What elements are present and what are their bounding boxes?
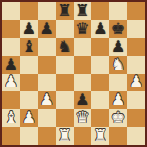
piece-white-pawn[interactable]: ♟︎ — [129, 74, 143, 90]
square-a1[interactable] — [2, 127, 20, 145]
piece-white-queen[interactable]: ♛︎ — [75, 110, 89, 126]
square-g7[interactable]: ♚︎ — [109, 20, 127, 38]
square-d1[interactable]: ♜︎ — [56, 127, 74, 145]
square-c3[interactable]: ♟︎ — [38, 91, 56, 109]
piece-white-knight[interactable]: ♞︎ — [111, 56, 125, 72]
square-e4[interactable] — [74, 74, 92, 92]
square-g1[interactable] — [109, 127, 127, 145]
square-c5[interactable] — [38, 56, 56, 74]
square-c2[interactable] — [38, 109, 56, 127]
piece-black-bishop[interactable]: ♝︎ — [22, 38, 36, 54]
square-c1[interactable] — [38, 127, 56, 145]
square-g8[interactable] — [109, 2, 127, 20]
square-h4[interactable]: ♟︎ — [127, 74, 145, 92]
square-b5[interactable] — [20, 56, 38, 74]
square-e7[interactable]: ♛︎ — [74, 20, 92, 38]
square-f8[interactable] — [91, 2, 109, 20]
square-b6[interactable]: ♝︎ — [20, 38, 38, 56]
square-h8[interactable] — [127, 2, 145, 20]
piece-black-queen[interactable]: ♛︎ — [75, 20, 89, 36]
square-g3[interactable]: ♟︎ — [109, 91, 127, 109]
piece-black-pawn[interactable]: ♟︎ — [22, 20, 36, 36]
square-h5[interactable] — [127, 56, 145, 74]
piece-black-pawn[interactable]: ♟︎ — [111, 38, 125, 54]
piece-black-knight[interactable]: ♞︎ — [57, 38, 71, 54]
square-e6[interactable] — [74, 38, 92, 56]
square-f4[interactable] — [91, 74, 109, 92]
square-c8[interactable] — [38, 2, 56, 20]
square-h2[interactable] — [127, 109, 145, 127]
square-h7[interactable] — [127, 20, 145, 38]
piece-white-pawn[interactable]: ♟︎ — [111, 92, 125, 108]
square-f1[interactable]: ♜︎ — [91, 127, 109, 145]
piece-white-pawn[interactable]: ♟︎ — [40, 92, 54, 108]
square-d5[interactable] — [56, 56, 74, 74]
piece-white-pawn[interactable]: ♟︎ — [4, 74, 18, 90]
square-b4[interactable] — [20, 74, 38, 92]
square-e3[interactable]: ♟︎ — [74, 91, 92, 109]
piece-black-pawn[interactable]: ♟︎ — [75, 92, 89, 108]
square-a2[interactable]: ♝︎ — [2, 109, 20, 127]
square-h1[interactable] — [127, 127, 145, 145]
piece-white-rook[interactable]: ♜︎ — [57, 128, 71, 144]
square-f5[interactable] — [91, 56, 109, 74]
square-d4[interactable] — [56, 74, 74, 92]
square-b1[interactable] — [20, 127, 38, 145]
piece-black-rook[interactable]: ♜︎ — [57, 2, 71, 18]
square-g4[interactable] — [109, 74, 127, 92]
square-a3[interactable] — [2, 91, 20, 109]
piece-black-rook[interactable]: ♜︎ — [75, 2, 89, 18]
square-b7[interactable]: ♟︎ — [20, 20, 38, 38]
square-e1[interactable] — [74, 127, 92, 145]
square-h3[interactable] — [127, 91, 145, 109]
square-h6[interactable] — [127, 38, 145, 56]
square-b3[interactable] — [20, 91, 38, 109]
piece-white-bishop[interactable]: ♝︎ — [4, 110, 18, 126]
square-d8[interactable]: ♜︎ — [56, 2, 74, 20]
square-c7[interactable]: ♟︎ — [38, 20, 56, 38]
piece-black-pawn[interactable]: ♟︎ — [40, 20, 54, 36]
piece-black-king[interactable]: ♚︎ — [111, 20, 125, 36]
piece-white-pawn[interactable]: ♟︎ — [22, 110, 36, 126]
square-e8[interactable]: ♜︎ — [74, 2, 92, 20]
chess-board: ♜︎♜︎♟︎♟︎♛︎♟︎♚︎♝︎♞︎♟︎♟︎♞︎♟︎♟︎♟︎♟︎♟︎♝︎♟︎♛︎… — [0, 0, 147, 147]
piece-black-pawn[interactable]: ♟︎ — [93, 20, 107, 36]
square-a4[interactable]: ♟︎ — [2, 74, 20, 92]
square-d2[interactable] — [56, 109, 74, 127]
square-f6[interactable] — [91, 38, 109, 56]
piece-black-pawn[interactable]: ♟︎ — [4, 56, 18, 72]
square-a5[interactable]: ♟︎ — [2, 56, 20, 74]
square-d6[interactable]: ♞︎ — [56, 38, 74, 56]
square-f3[interactable] — [91, 91, 109, 109]
square-b8[interactable] — [20, 2, 38, 20]
square-a6[interactable] — [2, 38, 20, 56]
square-a7[interactable] — [2, 20, 20, 38]
square-f2[interactable] — [91, 109, 109, 127]
square-e2[interactable]: ♛︎ — [74, 109, 92, 127]
square-c4[interactable] — [38, 74, 56, 92]
square-d7[interactable] — [56, 20, 74, 38]
square-e5[interactable] — [74, 56, 92, 74]
piece-white-king[interactable]: ♚︎ — [111, 110, 125, 126]
square-c6[interactable] — [38, 38, 56, 56]
square-b2[interactable]: ♟︎ — [20, 109, 38, 127]
square-g2[interactable]: ♚︎ — [109, 109, 127, 127]
square-g5[interactable]: ♞︎ — [109, 56, 127, 74]
square-g6[interactable]: ♟︎ — [109, 38, 127, 56]
piece-white-rook[interactable]: ♜︎ — [93, 128, 107, 144]
square-f7[interactable]: ♟︎ — [91, 20, 109, 38]
square-d3[interactable] — [56, 91, 74, 109]
square-a8[interactable] — [2, 2, 20, 20]
